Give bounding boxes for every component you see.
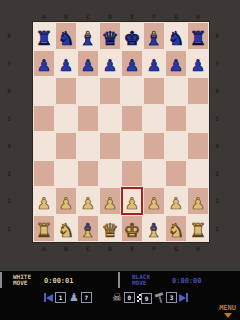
file-label-h: H <box>187 245 209 252</box>
menu-arrow-icon <box>224 313 232 318</box>
rank-label-8: 8 <box>6 22 12 50</box>
square-e8[interactable]: ♚ <box>121 22 143 50</box>
file-label-g: G <box>165 245 187 252</box>
rank-label-7: 7 <box>214 50 220 78</box>
square-g2[interactable]: ♟ <box>165 187 187 215</box>
piece-white-king: ♚ <box>123 221 140 242</box>
square-g8[interactable]: ♞ <box>165 22 187 50</box>
piece-black-king: ♚ <box>123 29 140 50</box>
square-d7[interactable]: ♟ <box>99 50 121 78</box>
prev-count-box: 1 <box>55 292 66 303</box>
piece-white-rook: ♜ <box>189 221 206 242</box>
bottom-panel: WHITEMOVE 0:00:01 BLACKMOVE 0:00:00 1 ♟ … <box>0 271 240 320</box>
file-label-c: C <box>77 13 99 20</box>
square-g5[interactable] <box>165 105 187 133</box>
square-h5[interactable] <box>187 105 209 133</box>
square-c6[interactable] <box>77 77 99 105</box>
piece-white-bishop: ♝ <box>79 221 96 242</box>
rank-label-8: 8 <box>214 22 220 50</box>
status-left-edge <box>0 272 2 288</box>
file-label-d: D <box>99 245 121 252</box>
square-g3[interactable] <box>165 160 187 188</box>
square-g7[interactable]: ♟ <box>165 50 187 78</box>
piece-white-pawn: ♟ <box>81 196 95 215</box>
rank-label-5: 5 <box>6 105 12 133</box>
piece-white-pawn: ♟ <box>125 196 139 215</box>
rank-label-4: 4 <box>6 132 12 160</box>
square-d6[interactable] <box>99 77 121 105</box>
rank-label-6: 6 <box>6 77 12 105</box>
piece-white-pawn: ♟ <box>103 196 117 215</box>
file-label-d: D <box>99 13 121 20</box>
piece-black-rook: ♜ <box>189 29 206 50</box>
file-label-h: H <box>187 13 209 20</box>
square-f4[interactable] <box>143 132 165 160</box>
piece-black-pawn: ♟ <box>125 58 139 77</box>
rank-label-2: 2 <box>214 187 220 215</box>
next-move-button[interactable]: 3 <box>166 292 188 303</box>
black-clock: 0:00:00 <box>172 277 202 285</box>
piece-white-bishop: ♝ <box>145 221 162 242</box>
square-a8[interactable]: ♜ <box>33 22 55 50</box>
piece-white-knight: ♞ <box>167 221 184 242</box>
prev-move-icon <box>44 293 53 302</box>
skull-count-box: 0 <box>124 292 135 303</box>
square-b4[interactable] <box>55 132 77 160</box>
square-h1[interactable]: ♜ <box>187 215 209 243</box>
square-b8[interactable]: ♞ <box>55 22 77 50</box>
hint-button[interactable]: ♟ 7 <box>69 292 92 303</box>
file-label-f: F <box>143 13 165 20</box>
piece-white-pawn: ♟ <box>37 196 51 215</box>
square-d4[interactable] <box>99 132 121 160</box>
square-c7[interactable]: ♟ <box>77 50 99 78</box>
square-h2[interactable]: ♟ <box>187 187 209 215</box>
square-f7[interactable]: ♟ <box>143 50 165 78</box>
square-b5[interactable] <box>55 105 77 133</box>
square-h3[interactable] <box>187 160 209 188</box>
menu-button[interactable]: MENU <box>219 304 236 318</box>
square-f5[interactable] <box>143 105 165 133</box>
square-c5[interactable] <box>77 105 99 133</box>
rank-label-6: 6 <box>214 77 220 105</box>
hint-count-box: 7 <box>81 292 92 303</box>
piece-black-pawn: ♟ <box>147 58 161 77</box>
square-f6[interactable] <box>143 77 165 105</box>
hint-piece-icon: ♟ <box>69 292 79 303</box>
square-f3[interactable] <box>143 160 165 188</box>
square-a6[interactable] <box>33 77 55 105</box>
square-e1[interactable]: ♚ <box>121 215 143 243</box>
chess-game-screen: ABCDEFGH 87654321 87654321 ABCDEFGH ♜♞♝♛… <box>0 0 240 320</box>
toolbar: 1 ♟ 7 ☠ 0 9 3 <box>0 289 240 306</box>
square-g1[interactable]: ♞ <box>165 215 187 243</box>
file-label-f: F <box>143 245 165 252</box>
file-label-e: E <box>121 245 143 252</box>
white-move-label: WHITEMOVE <box>13 274 31 286</box>
file-labels-top: ABCDEFGH <box>33 13 209 20</box>
square-h6[interactable] <box>187 77 209 105</box>
piece-white-queen: ♛ <box>101 221 118 242</box>
piece-black-pawn: ♟ <box>37 58 51 77</box>
piece-white-pawn: ♟ <box>191 196 205 215</box>
piece-black-bishop: ♝ <box>145 29 162 50</box>
square-f1[interactable]: ♝ <box>143 215 165 243</box>
square-e6[interactable] <box>121 77 143 105</box>
square-f2[interactable]: ♟ <box>143 187 165 215</box>
file-label-c: C <box>77 245 99 252</box>
next-count-box: 3 <box>166 292 177 303</box>
rank-label-3: 3 <box>214 160 220 188</box>
rank-label-5: 5 <box>214 105 220 133</box>
status-bar: WHITEMOVE 0:00:01 BLACKMOVE 0:00:00 <box>0 271 240 289</box>
square-c3[interactable] <box>77 160 99 188</box>
file-label-g: G <box>165 13 187 20</box>
piece-black-pawn: ♟ <box>169 58 183 77</box>
square-f8[interactable]: ♝ <box>143 22 165 50</box>
piece-black-queen: ♛ <box>101 29 118 50</box>
rank-label-4: 4 <box>214 132 220 160</box>
square-e3[interactable] <box>121 160 143 188</box>
piece-black-pawn: ♟ <box>59 58 73 77</box>
square-d8[interactable]: ♛ <box>99 22 121 50</box>
file-label-b: B <box>55 13 77 20</box>
file-label-b: B <box>55 245 77 252</box>
square-d1[interactable]: ♛ <box>99 215 121 243</box>
square-b6[interactable] <box>55 77 77 105</box>
white-clock: 0:00:01 <box>44 277 74 285</box>
square-b1[interactable]: ♞ <box>55 215 77 243</box>
level-button[interactable]: 9 <box>141 292 167 304</box>
status-divider <box>118 272 120 288</box>
rank-label-2: 2 <box>6 187 12 215</box>
piece-white-rook: ♜ <box>35 221 52 242</box>
piece-white-pawn: ♟ <box>147 196 161 215</box>
square-a5[interactable] <box>33 105 55 133</box>
piece-white-knight: ♞ <box>57 221 74 242</box>
rank-label-1: 1 <box>214 215 220 243</box>
square-b2[interactable]: ♟ <box>55 187 77 215</box>
square-d5[interactable] <box>99 105 121 133</box>
piece-black-pawn: ♟ <box>103 58 117 77</box>
hammer-count-box: 9 <box>141 293 152 304</box>
file-label-a: A <box>33 13 55 20</box>
square-e5[interactable] <box>121 105 143 133</box>
square-a7[interactable]: ♟ <box>33 50 55 78</box>
square-a3[interactable] <box>33 160 55 188</box>
square-b7[interactable]: ♟ <box>55 50 77 78</box>
file-label-a: A <box>33 245 55 252</box>
rank-label-1: 1 <box>6 215 12 243</box>
square-d2[interactable]: ♟ <box>99 187 121 215</box>
piece-black-pawn: ♟ <box>191 58 205 77</box>
piece-black-rook: ♜ <box>35 29 52 50</box>
black-move-label: BLACKMOVE <box>132 274 150 286</box>
square-c2[interactable]: ♟ <box>77 187 99 215</box>
square-d3[interactable] <box>99 160 121 188</box>
chess-board: ♜♞♝♛♚♝♞♜♟♟♟♟♟♟♟♟♟♟♟♟♟♟♟♟♜♞♝♛♚♝♞♜ <box>33 22 209 242</box>
file-label-e: E <box>121 13 143 20</box>
square-c4[interactable] <box>77 132 99 160</box>
rank-labels-right: 87654321 <box>214 22 220 242</box>
square-g6[interactable] <box>165 77 187 105</box>
square-a4[interactable] <box>33 132 55 160</box>
piece-black-bishop: ♝ <box>79 29 96 50</box>
rank-labels-left: 87654321 <box>6 22 12 242</box>
square-h8[interactable]: ♜ <box>187 22 209 50</box>
square-c1[interactable]: ♝ <box>77 215 99 243</box>
menu-label: MENU <box>219 304 236 312</box>
rank-label-3: 3 <box>6 160 12 188</box>
square-g4[interactable] <box>165 132 187 160</box>
prev-move-button[interactable]: 1 <box>44 292 66 303</box>
square-a1[interactable]: ♜ <box>33 215 55 243</box>
square-e2[interactable]: ♟ <box>121 187 143 215</box>
piece-white-pawn: ♟ <box>59 196 73 215</box>
square-h4[interactable] <box>187 132 209 160</box>
square-e4[interactable] <box>121 132 143 160</box>
square-a2[interactable]: ♟ <box>33 187 55 215</box>
square-h7[interactable]: ♟ <box>187 50 209 78</box>
next-move-icon <box>179 293 188 302</box>
piece-black-knight: ♞ <box>57 29 74 50</box>
skull-icon: ☠ <box>112 292 122 303</box>
piece-black-pawn: ♟ <box>81 58 95 77</box>
piece-white-pawn: ♟ <box>169 196 183 215</box>
rank-label-7: 7 <box>6 50 12 78</box>
square-c8[interactable]: ♝ <box>77 22 99 50</box>
square-b3[interactable] <box>55 160 77 188</box>
square-e7[interactable]: ♟ <box>121 50 143 78</box>
piece-black-knight: ♞ <box>167 29 184 50</box>
file-labels-bottom: ABCDEFGH <box>33 245 209 252</box>
